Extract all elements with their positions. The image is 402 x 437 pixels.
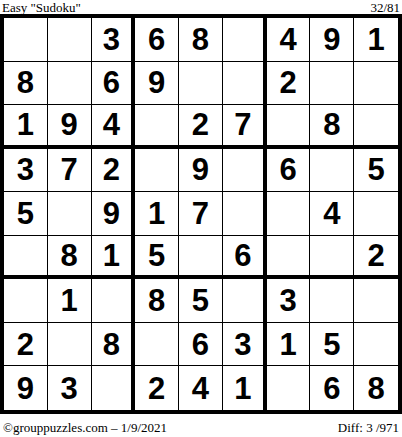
cell-r8c6-given: 3 (223, 323, 267, 367)
cell-r9c5-given: 4 (179, 366, 223, 410)
blank-cell-counter: 32/81 (370, 1, 400, 14)
cell-r7c3-empty (92, 279, 136, 323)
cell-r2c5-empty (179, 62, 223, 106)
cell-r9c8-given: 6 (310, 366, 354, 410)
cell-r7c9-empty (354, 279, 398, 323)
cell-r6c1-empty (4, 236, 48, 280)
cell-r4c9-given: 5 (354, 149, 398, 193)
cell-r6c7-empty (267, 236, 311, 280)
cell-r3c6-given: 7 (223, 105, 267, 149)
cell-r3c5-given: 2 (179, 105, 223, 149)
cell-r8c2-empty (48, 323, 92, 367)
cell-r4c3-given: 2 (92, 149, 136, 193)
cell-r1c1-empty (4, 18, 48, 62)
cell-r8c7-given: 1 (267, 323, 311, 367)
cell-r4c7-given: 6 (267, 149, 311, 193)
cell-r2c1-given: 8 (4, 62, 48, 106)
cell-r5c2-empty (48, 192, 92, 236)
cell-r1c2-empty (48, 18, 92, 62)
cell-r2c9-empty (354, 62, 398, 106)
cell-r2c6-empty (223, 62, 267, 106)
cell-r2c3-given: 6 (92, 62, 136, 106)
cell-r9c9-given: 8 (354, 366, 398, 410)
cell-r9c6-given: 1 (223, 366, 267, 410)
cell-r1c5-given: 8 (179, 18, 223, 62)
cell-r4c6-empty (223, 149, 267, 193)
cell-r7c7-given: 3 (267, 279, 311, 323)
difficulty-text: Diff: 3 /971 (338, 421, 399, 435)
cell-r6c8-empty (310, 236, 354, 280)
cell-r5c4-given: 1 (135, 192, 179, 236)
cell-r5c8-given: 4 (310, 192, 354, 236)
sudoku-board: 3684918692194278372965591748156218532863… (0, 14, 402, 414)
cell-r8c5-given: 6 (179, 323, 223, 367)
cell-r5c6-empty (223, 192, 267, 236)
cell-r1c8-given: 9 (310, 18, 354, 62)
cell-r9c1-given: 9 (4, 366, 48, 410)
puzzle-page: Easy "Sudoku" 32/81 36849186921942783729… (0, 0, 402, 437)
cell-r2c7-given: 2 (267, 62, 311, 106)
cell-r3c8-given: 8 (310, 105, 354, 149)
cell-r9c3-empty (92, 366, 136, 410)
puzzle-title: Easy "Sudoku" (2, 1, 81, 14)
cell-r3c7-empty (267, 105, 311, 149)
cell-r7c5-given: 5 (179, 279, 223, 323)
cell-r7c8-empty (310, 279, 354, 323)
cell-r8c8-given: 5 (310, 323, 354, 367)
cell-r3c9-empty (354, 105, 398, 149)
cell-r6c2-given: 8 (48, 236, 92, 280)
cell-r9c7-empty (267, 366, 311, 410)
cell-r2c8-empty (310, 62, 354, 106)
cell-r6c4-given: 5 (135, 236, 179, 280)
cell-r1c7-given: 4 (267, 18, 311, 62)
cell-r5c9-empty (354, 192, 398, 236)
cell-r5c1-given: 5 (4, 192, 48, 236)
cell-r1c6-empty (223, 18, 267, 62)
cell-r1c9-given: 1 (354, 18, 398, 62)
cell-r4c4-empty (135, 149, 179, 193)
cell-r8c4-empty (135, 323, 179, 367)
cell-r4c2-given: 7 (48, 149, 92, 193)
cell-r7c4-given: 8 (135, 279, 179, 323)
cell-r3c4-empty (135, 105, 179, 149)
cell-r4c8-empty (310, 149, 354, 193)
cell-r8c3-given: 8 (92, 323, 136, 367)
footer: ©grouppuzzles.com – 1/9/2021 Diff: 3 /97… (0, 421, 402, 435)
cell-r2c2-empty (48, 62, 92, 106)
cell-r9c2-given: 3 (48, 366, 92, 410)
cell-r1c4-given: 6 (135, 18, 179, 62)
header: Easy "Sudoku" 32/81 (0, 0, 402, 14)
cell-r8c1-given: 2 (4, 323, 48, 367)
cell-r1c3-given: 3 (92, 18, 136, 62)
copyright-text: ©grouppuzzles.com – 1/9/2021 (3, 421, 167, 435)
cell-r7c6-empty (223, 279, 267, 323)
cell-r9c4-given: 2 (135, 366, 179, 410)
cell-r3c3-given: 4 (92, 105, 136, 149)
cell-r6c5-empty (179, 236, 223, 280)
cell-r7c1-empty (4, 279, 48, 323)
cell-r5c7-empty (267, 192, 311, 236)
cell-r6c3-given: 1 (92, 236, 136, 280)
cell-r5c3-given: 9 (92, 192, 136, 236)
cell-r6c9-given: 2 (354, 236, 398, 280)
cell-r3c1-given: 1 (4, 105, 48, 149)
cell-r8c9-empty (354, 323, 398, 367)
cell-r2c4-given: 9 (135, 62, 179, 106)
cell-r3c2-given: 9 (48, 105, 92, 149)
cell-r7c2-given: 1 (48, 279, 92, 323)
cell-r6c6-given: 6 (223, 236, 267, 280)
cell-r4c5-given: 9 (179, 149, 223, 193)
cell-r5c5-given: 7 (179, 192, 223, 236)
cell-r4c1-given: 3 (4, 149, 48, 193)
